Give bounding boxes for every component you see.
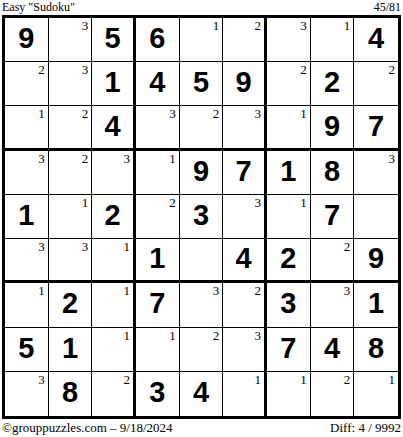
cell-value: 5 [18,334,34,363]
corner-mark: 1 [255,372,262,387]
cell-r8c2[interactable]: 1 [49,328,93,372]
cell-r1c4[interactable]: 6 [136,18,180,62]
cell-r3c7[interactable]: 1 [267,106,311,150]
cell-r6c9[interactable]: 9 [354,239,398,283]
cell-value: 8 [62,378,78,407]
cell-r9c5[interactable]: 4 [180,372,224,416]
cell-r8c5[interactable]: 2 [180,328,224,372]
cell-value: 2 [324,68,340,97]
cell-value: 7 [324,201,340,230]
corner-mark: 3 [213,283,220,298]
cell-value: 5 [105,24,121,53]
cell-value: 1 [280,157,296,186]
cell-r6c3[interactable]: 1 [92,239,136,283]
cell-r7c8[interactable]: 3 [311,283,355,327]
cell-r4c1[interactable]: 3 [5,151,49,195]
cell-value: 6 [149,24,165,53]
corner-mark: 2 [344,239,351,254]
cell-r5c4[interactable]: 2 [136,195,180,239]
corner-mark: 3 [389,151,396,166]
cell-r8c9[interactable]: 8 [354,328,398,372]
cell-r5c9[interactable] [354,195,398,239]
progress-counter: 45/81 [374,0,401,14]
puzzle-title: Easy "Sudoku" [2,0,75,14]
cell-r9c7[interactable]: 1 [267,372,311,416]
corner-mark: 2 [82,106,89,121]
cell-r8c4[interactable]: 1 [136,328,180,372]
cell-r2c6[interactable]: 9 [223,62,267,106]
corner-mark: 2 [38,62,45,77]
corner-mark: 1 [82,195,89,210]
cell-value: 4 [236,244,252,273]
cell-r3c1[interactable]: 1 [5,106,49,150]
cell-r8c3[interactable]: 1 [92,328,136,372]
cell-r6c4[interactable]: 1 [136,239,180,283]
cell-r6c7[interactable]: 2 [267,239,311,283]
cell-value: 4 [149,68,165,97]
cell-r5c6[interactable]: 3 [223,195,267,239]
cell-value: 1 [62,334,78,363]
corner-mark: 2 [344,372,351,387]
cell-r9c6[interactable]: 1 [223,372,267,416]
cell-r1c2[interactable]: 3 [49,18,93,62]
cell-r6c1[interactable]: 3 [5,239,49,283]
corner-mark: 2 [255,18,262,33]
corner-mark: 2 [213,328,220,343]
corner-mark: 3 [82,239,89,254]
corner-mark: 3 [300,18,307,33]
cell-value: 4 [368,24,384,53]
corner-mark: 2 [169,195,176,210]
cell-r6c5[interactable] [180,239,224,283]
cell-value: 9 [368,244,384,273]
cell-r7c7[interactable]: 3 [267,283,311,327]
cell-r4c4[interactable]: 1 [136,151,180,195]
cell-r9c8[interactable]: 2 [311,372,355,416]
cell-r5c3[interactable]: 2 [92,195,136,239]
header: Easy "Sudoku" 45/81 [0,0,403,15]
corner-mark: 1 [124,283,131,298]
cell-value: 9 [324,112,340,141]
corner-mark: 2 [300,62,307,77]
cell-r2c9[interactable]: 2 [354,62,398,106]
sudoku-page: Easy "Sudoku" 45/81 93561231423145922212… [0,0,403,437]
corner-mark: 1 [300,372,307,387]
corner-mark: 2 [389,62,396,77]
corner-mark: 2 [124,372,131,387]
cell-r4c2[interactable]: 2 [49,151,93,195]
corner-mark: 3 [169,106,176,121]
cell-r2c7[interactable]: 2 [267,62,311,106]
cell-value: 3 [149,378,165,407]
cell-value: 2 [62,289,78,318]
cell-r3c6[interactable]: 3 [223,106,267,150]
corner-mark: 3 [82,62,89,77]
cell-r3c4[interactable]: 3 [136,106,180,150]
corner-mark: 3 [255,195,262,210]
cell-value: 9 [236,68,252,97]
cell-r3c2[interactable]: 2 [49,106,93,150]
cell-r4c3[interactable]: 3 [92,151,136,195]
corner-mark: 3 [38,239,45,254]
cell-r7c5[interactable]: 3 [180,283,224,327]
cell-r2c2[interactable]: 3 [49,62,93,106]
corner-mark: 1 [38,106,45,121]
cell-r2c8[interactable]: 2 [311,62,355,106]
corner-mark: 3 [255,106,262,121]
cell-r7c4[interactable]: 7 [136,283,180,327]
cell-r4c6[interactable]: 7 [223,151,267,195]
cell-value: 7 [280,334,296,363]
cell-r1c3[interactable]: 5 [92,18,136,62]
cell-r7c6[interactable]: 2 [223,283,267,327]
corner-mark: 1 [300,195,307,210]
corner-mark: 2 [82,151,89,166]
cell-r1c1[interactable]: 9 [5,18,49,62]
cell-r1c9[interactable]: 4 [354,18,398,62]
cell-r9c1[interactable]: 3 [5,372,49,416]
cell-r8c1[interactable]: 5 [5,328,49,372]
cell-r2c5[interactable]: 5 [180,62,224,106]
corner-mark: 1 [169,328,176,343]
cell-r3c9[interactable]: 7 [354,106,398,150]
corner-mark: 1 [169,151,176,166]
cell-r9c4[interactable]: 3 [136,372,180,416]
cell-r5c2[interactable]: 1 [49,195,93,239]
cell-value: 4 [193,378,209,407]
corner-mark: 2 [213,106,220,121]
cell-value: 2 [105,201,121,230]
corner-mark: 3 [124,151,131,166]
cell-r4c8[interactable]: 8 [311,151,355,195]
sudoku-grid: 9356123142314592221243231973231971831122… [2,15,401,419]
cell-r8c8[interactable]: 4 [311,328,355,372]
cell-r5c1[interactable]: 1 [5,195,49,239]
corner-mark: 1 [344,18,351,33]
corner-mark: 1 [124,239,131,254]
cell-r3c3[interactable]: 4 [92,106,136,150]
cell-value: 8 [324,157,340,186]
cell-r5c5[interactable]: 3 [180,195,224,239]
corner-mark: 1 [124,328,131,343]
cell-r9c9[interactable]: 1 [354,372,398,416]
corner-mark: 1 [389,372,396,387]
cell-r6c2[interactable]: 3 [49,239,93,283]
difficulty-text: Diff: 4 / 9992 [330,420,401,436]
corner-mark: 3 [255,328,262,343]
cell-value: 9 [193,157,209,186]
cell-value: 7 [368,112,384,141]
cell-r4c7[interactable]: 1 [267,151,311,195]
cell-r2c4[interactable]: 4 [136,62,180,106]
cell-r1c5[interactable]: 1 [180,18,224,62]
corner-mark: 1 [38,283,45,298]
corner-mark: 1 [300,106,307,121]
cell-r7c9[interactable]: 1 [354,283,398,327]
cell-r9c3[interactable]: 2 [92,372,136,416]
cell-r2c1[interactable]: 2 [5,62,49,106]
cell-value: 4 [324,334,340,363]
cell-r8c7[interactable]: 7 [267,328,311,372]
corner-mark: 3 [344,283,351,298]
cell-value: 4 [105,112,121,141]
cell-value: 1 [368,289,384,318]
cell-r7c2[interactable]: 2 [49,283,93,327]
cell-value: 1 [149,244,165,273]
corner-mark: 3 [38,151,45,166]
cell-r5c8[interactable]: 7 [311,195,355,239]
cell-r4c9[interactable]: 3 [354,151,398,195]
cell-r4c5[interactable]: 9 [180,151,224,195]
cell-r8c6[interactable]: 3 [223,328,267,372]
footer: ©grouppuzzles.com – 9/18/2024 Diff: 4 / … [0,419,403,437]
cell-r1c7[interactable]: 3 [267,18,311,62]
cell-value: 8 [368,334,384,363]
cell-r2c3[interactable]: 1 [92,62,136,106]
cell-value: 1 [18,201,34,230]
corner-mark: 3 [82,18,89,33]
cell-value: 3 [280,289,296,318]
cell-value: 9 [18,24,34,53]
cell-r5c7[interactable]: 1 [267,195,311,239]
cell-value: 5 [193,68,209,97]
cell-value: 7 [236,157,252,186]
cell-value: 2 [280,244,296,273]
corner-mark: 3 [38,372,45,387]
cell-r3c5[interactable]: 2 [180,106,224,150]
cell-r1c6[interactable]: 2 [223,18,267,62]
cell-value: 7 [149,289,165,318]
cell-r6c6[interactable]: 4 [223,239,267,283]
cell-r1c8[interactable]: 1 [311,18,355,62]
cell-r7c1[interactable]: 1 [5,283,49,327]
corner-mark: 2 [255,283,262,298]
cell-value: 1 [105,68,121,97]
cell-r6c8[interactable]: 2 [311,239,355,283]
cell-r9c2[interactable]: 8 [49,372,93,416]
cell-r7c3[interactable]: 1 [92,283,136,327]
cell-value: 3 [193,201,209,230]
cell-r3c8[interactable]: 9 [311,106,355,150]
copyright-text: ©grouppuzzles.com – 9/18/2024 [2,420,173,436]
corner-mark: 1 [213,18,220,33]
